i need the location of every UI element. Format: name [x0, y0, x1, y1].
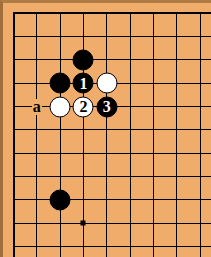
stones-layer: 123 [3, 3, 211, 257]
stone-move-number: 2 [79, 99, 87, 115]
white-stone [96, 73, 117, 94]
black-stone [73, 49, 94, 70]
black-stone [50, 189, 71, 210]
black-stone: 3 [96, 96, 117, 117]
white-stone [50, 96, 71, 117]
white-stone: 2 [73, 96, 94, 117]
stone-move-number: 3 [103, 99, 111, 115]
go-board: a 123 [0, 0, 211, 257]
black-stone: 1 [73, 73, 94, 94]
stone-move-number: 1 [79, 75, 87, 91]
black-stone [50, 73, 71, 94]
